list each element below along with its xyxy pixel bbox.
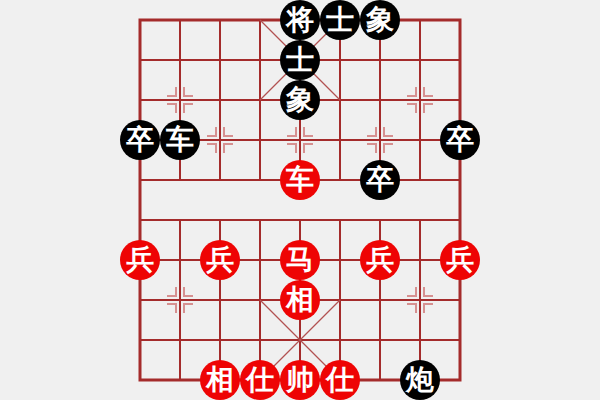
piece-black-cannon[interactable]: 炮 [400, 360, 440, 400]
piece-black-chariot[interactable]: 车 [160, 120, 200, 160]
piece-red-general[interactable]: 帅 [280, 360, 320, 400]
piece-red-elephant[interactable]: 相 [280, 280, 320, 320]
piece-red-horse[interactable]: 马 [280, 240, 320, 280]
piece-black-pawn[interactable]: 卒 [120, 120, 160, 160]
xiangqi-pieces-layer: 将士象士象卒车卒车卒兵兵马兵兵相相仕帅仕炮 [120, 0, 480, 400]
piece-black-pawn[interactable]: 卒 [440, 120, 480, 160]
piece-red-elephant[interactable]: 相 [200, 360, 240, 400]
piece-black-elephant[interactable]: 象 [280, 80, 320, 120]
piece-red-advisor[interactable]: 仕 [320, 360, 360, 400]
piece-red-chariot[interactable]: 车 [280, 160, 320, 200]
piece-black-advisor[interactable]: 士 [280, 40, 320, 80]
piece-black-pawn[interactable]: 卒 [360, 160, 400, 200]
xiangqi-screen: 将士象士象卒车卒车卒兵兵马兵兵相相仕帅仕炮 [0, 0, 600, 400]
piece-black-elephant[interactable]: 象 [360, 0, 400, 40]
piece-black-advisor[interactable]: 士 [320, 0, 360, 40]
piece-red-advisor[interactable]: 仕 [240, 360, 280, 400]
piece-red-pawn[interactable]: 兵 [120, 240, 160, 280]
piece-red-pawn[interactable]: 兵 [440, 240, 480, 280]
piece-red-pawn[interactable]: 兵 [360, 240, 400, 280]
piece-red-pawn[interactable]: 兵 [200, 240, 240, 280]
piece-black-general[interactable]: 将 [280, 0, 320, 40]
